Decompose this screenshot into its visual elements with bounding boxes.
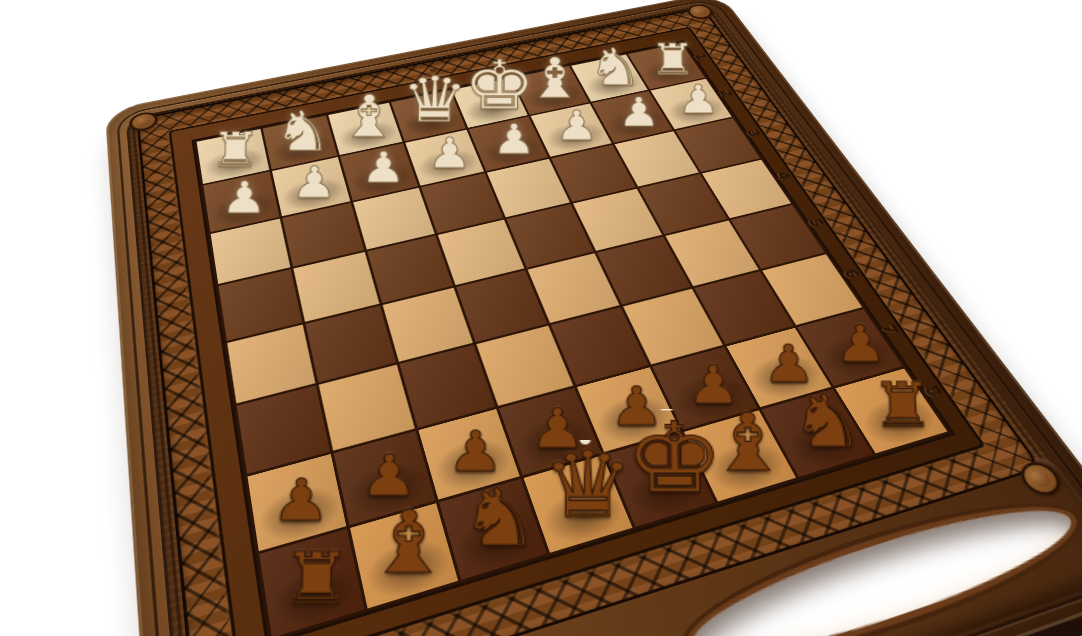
piece-white-king: ♚ <box>463 51 525 119</box>
piece-brown-king: ♚ <box>624 409 710 507</box>
piece-brown-knight: ♞ <box>784 385 869 458</box>
piece-brown-bishop: ♝ <box>363 499 454 586</box>
finial-tip-icon <box>429 65 437 72</box>
piece-white-knight: ♞ <box>584 42 645 93</box>
piece-brown-knight: ♞ <box>454 479 543 558</box>
piece-white-pawn: ♟ <box>416 132 482 174</box>
piece-brown-queen: ♛ <box>541 440 628 531</box>
piece-brown-pawn: ♟ <box>821 319 900 370</box>
piece-white-pawn: ♟ <box>545 105 609 146</box>
piece-white-bishop: ♝ <box>336 87 400 145</box>
photo-scene: ♜♞♝♛♚♝♞♜♟♟♟♟♟♟♟♟♟♟♟♟♟♟♟♟♜♝♞♛♚♝♞♜ 1234567… <box>0 0 1082 636</box>
piece-white-pawn: ♟ <box>280 161 348 205</box>
finial-tip-icon <box>579 435 590 445</box>
piece-white-knight: ♞ <box>270 104 336 159</box>
piece-white-rook: ♜ <box>202 125 269 173</box>
rank-label-3: 3 <box>737 124 768 143</box>
piece-white-pawn: ♟ <box>607 92 670 132</box>
piece-brown-rook: ♜ <box>861 374 944 436</box>
piece-white-pawn: ♟ <box>482 119 547 161</box>
chess-case: ♜♞♝♛♚♝♞♜♟♟♟♟♟♟♟♟♟♟♟♟♟♟♟♟♜♝♞♛♚♝♞♜ 1234567… <box>105 0 1082 636</box>
piece-brown-pawn: ♟ <box>257 471 345 529</box>
piece-brown-rook: ♜ <box>269 543 363 614</box>
piece-white-pawn: ♟ <box>349 146 416 189</box>
piece-white-queen: ♛ <box>401 69 464 132</box>
piece-white-pawn: ♟ <box>209 176 278 220</box>
